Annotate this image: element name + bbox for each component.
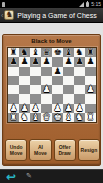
square-c8[interactable]: ♝ bbox=[30, 48, 41, 57]
square-f4[interactable] bbox=[63, 85, 74, 94]
square-h1[interactable]: ♜ bbox=[85, 113, 96, 122]
white-bishop: ♝ bbox=[31, 113, 39, 122]
square-f2[interactable]: ♟ bbox=[63, 104, 74, 113]
black-rook: ♜ bbox=[86, 48, 94, 57]
square-b5[interactable] bbox=[19, 76, 30, 85]
square-a2[interactable]: ♟ bbox=[8, 104, 19, 113]
usb-icon bbox=[2, 2, 5, 7]
white-king: ♚ bbox=[53, 113, 61, 122]
square-g1[interactable]: ♞ bbox=[74, 113, 85, 122]
black-king: ♚ bbox=[53, 48, 61, 57]
white-rook: ♜ bbox=[86, 113, 94, 122]
square-c7[interactable]: ♟ bbox=[30, 57, 41, 66]
square-h7[interactable]: ♟ bbox=[85, 57, 96, 66]
square-h4[interactable]: ♟ bbox=[85, 85, 96, 94]
square-c3[interactable] bbox=[30, 94, 41, 103]
black-pawn: ♟ bbox=[86, 57, 94, 66]
undo-move-button[interactable]: Undo Move bbox=[5, 139, 27, 161]
back-arrow-icon[interactable]: ↩ bbox=[6, 171, 16, 183]
square-d3[interactable] bbox=[41, 94, 52, 103]
offer-draw-button[interactable]: Offer Draw bbox=[54, 139, 76, 161]
black-pawn: ♟ bbox=[64, 57, 72, 66]
bottom-toolbar: ↩ ✎ bbox=[0, 169, 103, 183]
square-d1[interactable]: ♛ bbox=[41, 113, 52, 122]
square-c4[interactable] bbox=[30, 85, 41, 94]
square-h2[interactable] bbox=[85, 104, 96, 113]
white-pawn: ♟ bbox=[86, 85, 94, 94]
white-pawn: ♟ bbox=[42, 85, 50, 94]
square-c5[interactable] bbox=[30, 76, 41, 85]
square-e3[interactable] bbox=[52, 94, 63, 103]
square-h8[interactable]: ♜ bbox=[85, 48, 96, 57]
square-a8[interactable]: ♜ bbox=[8, 48, 19, 57]
black-queen: ♛ bbox=[42, 48, 50, 57]
square-d4[interactable]: ♟ bbox=[41, 85, 52, 94]
square-b6[interactable] bbox=[19, 67, 30, 76]
square-c1[interactable]: ♝ bbox=[30, 113, 41, 122]
white-knight: ♞ bbox=[75, 113, 83, 122]
white-queen: ♛ bbox=[42, 113, 50, 122]
status-bar: 5:15 bbox=[0, 0, 103, 8]
app-knight-icon: ♞ bbox=[4, 10, 14, 20]
square-d6[interactable] bbox=[41, 67, 52, 76]
square-e5[interactable] bbox=[52, 76, 63, 85]
black-pawn: ♟ bbox=[42, 57, 50, 66]
square-f3[interactable] bbox=[63, 94, 74, 103]
square-g6[interactable] bbox=[74, 67, 85, 76]
square-g8[interactable]: ♞ bbox=[74, 48, 85, 57]
square-b1[interactable]: ♞ bbox=[19, 113, 30, 122]
square-b8[interactable]: ♞ bbox=[19, 48, 30, 57]
square-a3[interactable] bbox=[8, 94, 19, 103]
back-chevron-icon[interactable]: ‹ bbox=[1, 12, 3, 19]
square-c6[interactable] bbox=[30, 67, 41, 76]
square-g3[interactable] bbox=[74, 94, 85, 103]
square-e1[interactable]: ♚ bbox=[52, 113, 63, 122]
square-b4[interactable] bbox=[19, 85, 30, 94]
square-h5[interactable] bbox=[85, 76, 96, 85]
black-pawn: ♟ bbox=[31, 57, 39, 66]
square-a6[interactable] bbox=[8, 67, 19, 76]
board-panel: Black to Move ♜♞♝♛♚♝♞♜♟♟♟♟♟♟♟♟♟♟♟♟♟♟♟♟♜♞… bbox=[2, 34, 101, 166]
square-b3[interactable] bbox=[19, 94, 30, 103]
square-f5[interactable] bbox=[63, 76, 74, 85]
square-a5[interactable] bbox=[8, 76, 19, 85]
square-e4[interactable] bbox=[52, 85, 63, 94]
ai-move-button[interactable]: AI Move bbox=[29, 139, 51, 161]
square-g4[interactable] bbox=[74, 85, 85, 94]
square-f1[interactable]: ♝ bbox=[63, 113, 74, 122]
square-e7[interactable] bbox=[52, 57, 63, 66]
white-bishop: ♝ bbox=[64, 113, 72, 122]
signal-icon bbox=[79, 2, 84, 7]
black-pawn: ♟ bbox=[20, 57, 28, 66]
square-g5[interactable] bbox=[74, 76, 85, 85]
square-f8[interactable]: ♝ bbox=[63, 48, 74, 57]
chess-board[interactable]: ♜♞♝♛♚♝♞♜♟♟♟♟♟♟♟♟♟♟♟♟♟♟♟♟♜♞♝♛♚♝♞♜ bbox=[7, 47, 97, 123]
square-b7[interactable]: ♟ bbox=[19, 57, 30, 66]
square-b2[interactable]: ♟ bbox=[19, 104, 30, 113]
phone-screen: 5:15 ‹ ♞ Playing a Game of Chess Black t… bbox=[0, 0, 103, 183]
edit-pencil-icon[interactable]: ✎ bbox=[26, 173, 32, 180]
white-pawn: ♟ bbox=[64, 104, 72, 113]
square-f6[interactable] bbox=[63, 67, 74, 76]
square-f7[interactable]: ♟ bbox=[63, 57, 74, 66]
black-knight: ♞ bbox=[20, 48, 28, 57]
white-pawn: ♟ bbox=[53, 104, 61, 113]
white-pawn: ♟ bbox=[31, 104, 39, 113]
black-pawn: ♟ bbox=[9, 57, 17, 66]
square-h6[interactable] bbox=[85, 67, 96, 76]
square-g7[interactable]: ♟ bbox=[74, 57, 85, 66]
square-d5[interactable] bbox=[41, 76, 52, 85]
action-button-row: Undo Move AI Move Offer Draw Resign bbox=[5, 139, 100, 161]
black-knight: ♞ bbox=[75, 48, 83, 57]
square-a7[interactable]: ♟ bbox=[8, 57, 19, 66]
black-rook: ♜ bbox=[9, 48, 17, 57]
black-bishop: ♝ bbox=[64, 48, 72, 57]
black-bishop: ♝ bbox=[31, 48, 39, 57]
white-pawn: ♟ bbox=[75, 104, 83, 113]
white-rook: ♜ bbox=[9, 113, 17, 122]
square-d2[interactable] bbox=[41, 104, 52, 113]
square-e8[interactable]: ♚ bbox=[52, 48, 63, 57]
white-pawn: ♟ bbox=[9, 104, 17, 113]
battery-icon bbox=[86, 2, 89, 7]
square-c2[interactable]: ♟ bbox=[30, 104, 41, 113]
square-e2[interactable]: ♟ bbox=[52, 104, 63, 113]
white-pawn: ♟ bbox=[20, 104, 28, 113]
resign-button[interactable]: Resign bbox=[78, 139, 100, 161]
square-h3[interactable] bbox=[85, 94, 96, 103]
square-a1[interactable]: ♜ bbox=[8, 113, 19, 122]
square-d8[interactable]: ♛ bbox=[41, 48, 52, 57]
square-g2[interactable]: ♟ bbox=[74, 104, 85, 113]
square-e6[interactable]: ♟ bbox=[52, 67, 63, 76]
black-pawn: ♟ bbox=[53, 67, 61, 76]
white-knight: ♞ bbox=[20, 113, 28, 122]
app-title: Playing a Game of Chess bbox=[17, 12, 96, 19]
black-pawn: ♟ bbox=[75, 57, 83, 66]
clock-text: 5:15 bbox=[91, 0, 101, 8]
square-a4[interactable] bbox=[8, 85, 19, 94]
title-bar: ‹ ♞ Playing a Game of Chess bbox=[0, 8, 103, 23]
square-d7[interactable]: ♟ bbox=[41, 57, 52, 66]
turn-indicator: Black to Move bbox=[3, 38, 100, 44]
